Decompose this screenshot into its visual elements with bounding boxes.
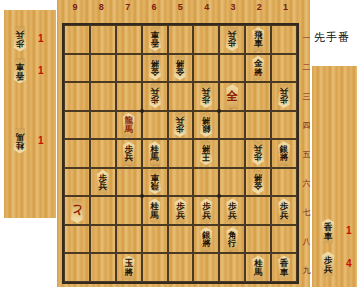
sente-pawn[interactable]: 歩兵 bbox=[318, 252, 338, 277]
sente-silver[interactable]: 銀將 bbox=[275, 141, 294, 165]
piece-kanji: 金 bbox=[150, 68, 159, 77]
square-4-6[interactable] bbox=[193, 168, 219, 197]
sente-gold[interactable]: 金將 bbox=[249, 56, 268, 80]
sente-knight[interactable]: 桂馬 bbox=[249, 256, 268, 280]
gote-gold[interactable]: 金將 bbox=[145, 56, 164, 80]
square-1-5[interactable]: 銀將 bbox=[271, 139, 297, 168]
piece-kanji: 歩 bbox=[228, 39, 237, 48]
sente-lance[interactable]: 香車 bbox=[275, 256, 294, 280]
piece-kanji: と bbox=[71, 205, 83, 217]
gote-pawn[interactable]: 歩兵 bbox=[145, 84, 164, 108]
piece-kanji: 馬 bbox=[16, 133, 25, 142]
rank-label-8: 八 bbox=[302, 236, 311, 247]
piece-kanji: 兵 bbox=[124, 153, 133, 162]
square-1-4[interactable] bbox=[271, 111, 297, 140]
square-2-7[interactable] bbox=[245, 196, 271, 225]
square-5-6[interactable] bbox=[168, 168, 194, 197]
square-2-2[interactable]: 金將 bbox=[245, 54, 271, 83]
gote-hand-lance-count: 1 bbox=[38, 65, 44, 76]
piece-kanji: 馬 bbox=[124, 125, 133, 134]
gote-hand-pawn[interactable]: 歩兵 bbox=[10, 26, 32, 53]
square-7-9[interactable]: 玉將 bbox=[116, 253, 142, 282]
piece-kanji: 桂 bbox=[16, 141, 25, 150]
square-5-8[interactable] bbox=[168, 225, 194, 254]
piece-kanji: 兵 bbox=[254, 145, 263, 154]
sente-pawn[interactable]: 歩兵 bbox=[93, 170, 112, 194]
square-9-5[interactable] bbox=[64, 139, 90, 168]
piece-kanji: 全 bbox=[226, 90, 238, 102]
file-label-3: 3 bbox=[220, 2, 246, 12]
gote-lance[interactable]: 香車 bbox=[145, 27, 164, 51]
square-3-8[interactable]: 角行 bbox=[219, 225, 245, 254]
sente-king[interactable]: 玉將 bbox=[119, 256, 138, 280]
gote-silver[interactable]: 銀將 bbox=[197, 113, 216, 137]
square-2-9[interactable]: 桂馬 bbox=[245, 253, 271, 282]
gote-knight[interactable]: 桂馬 bbox=[10, 129, 30, 154]
square-5-4[interactable]: 歩兵 bbox=[168, 111, 194, 140]
square-2-8[interactable] bbox=[245, 225, 271, 254]
square-7-3[interactable] bbox=[116, 82, 142, 111]
square-9-7[interactable]: と bbox=[64, 196, 90, 225]
piece-kanji: 歩 bbox=[16, 39, 25, 48]
sente-pawn[interactable]: 歩兵 bbox=[223, 199, 242, 223]
hoshi-dot bbox=[140, 194, 144, 198]
square-6-7[interactable]: 桂馬 bbox=[142, 196, 168, 225]
square-6-9[interactable] bbox=[142, 253, 168, 282]
hoshi-dot bbox=[140, 109, 144, 113]
gote-pawn[interactable]: 歩兵 bbox=[197, 84, 216, 108]
square-1-6[interactable] bbox=[271, 168, 297, 197]
square-1-7[interactable]: 歩兵 bbox=[271, 196, 297, 225]
piece-kanji: 歩 bbox=[202, 96, 211, 105]
square-7-4[interactable]: 龍馬 bbox=[116, 111, 142, 140]
piece-kanji: 馬 bbox=[150, 211, 159, 220]
piece-kanji: 香 bbox=[150, 39, 159, 48]
gote-pawn[interactable]: 歩兵 bbox=[223, 27, 242, 51]
square-2-6[interactable]: 金將 bbox=[245, 168, 271, 197]
square-3-6[interactable] bbox=[219, 168, 245, 197]
square-8-2[interactable] bbox=[90, 54, 116, 83]
piece-kanji: 馬 bbox=[150, 153, 159, 162]
piece-kanji: 兵 bbox=[150, 88, 159, 97]
square-6-1[interactable]: 香車 bbox=[142, 25, 168, 54]
piece-kanji: 王 bbox=[202, 153, 211, 162]
square-1-3[interactable]: 歩兵 bbox=[271, 82, 297, 111]
square-5-3[interactable] bbox=[168, 82, 194, 111]
square-3-7[interactable]: 歩兵 bbox=[219, 196, 245, 225]
square-9-3[interactable] bbox=[64, 82, 90, 111]
gote-pawn[interactable]: 歩兵 bbox=[275, 84, 294, 108]
square-7-6[interactable] bbox=[116, 168, 142, 197]
square-6-6[interactable]: 飛車 bbox=[142, 168, 168, 197]
hoshi-dot bbox=[217, 109, 221, 113]
piece-kanji: 行 bbox=[228, 239, 237, 248]
square-1-8[interactable] bbox=[271, 225, 297, 254]
rank-label-4: 四 bbox=[302, 120, 311, 131]
sente-horse[interactable]: 龍馬 bbox=[119, 113, 138, 137]
piece-kanji: 兵 bbox=[99, 182, 108, 191]
gote-captured-tray: 歩兵1香車1桂馬1 bbox=[4, 10, 56, 218]
piece-kanji: 將 bbox=[202, 116, 211, 125]
square-8-6[interactable]: 歩兵 bbox=[90, 168, 116, 197]
piece-kanji: 將 bbox=[150, 59, 159, 68]
piece-kanji: 車 bbox=[324, 231, 333, 240]
piece-kanji: 兵 bbox=[324, 264, 333, 273]
square-6-2[interactable]: 金將 bbox=[142, 54, 168, 83]
sente-rook[interactable]: 飛車 bbox=[249, 27, 268, 51]
piece-kanji: 飛 bbox=[150, 182, 159, 191]
sente-silver[interactable]: 銀將 bbox=[197, 227, 216, 251]
piece-kanji: 兵 bbox=[280, 88, 289, 97]
square-8-1[interactable] bbox=[90, 25, 116, 54]
square-9-2[interactable] bbox=[64, 54, 90, 83]
square-8-8[interactable] bbox=[90, 225, 116, 254]
square-4-5[interactable]: 王將 bbox=[193, 139, 219, 168]
sente-hand-lance-count: 1 bbox=[346, 225, 352, 236]
sente-hand-pawn[interactable]: 歩兵 bbox=[318, 251, 340, 278]
square-2-3[interactable] bbox=[245, 82, 271, 111]
square-8-3[interactable] bbox=[90, 82, 116, 111]
square-5-9[interactable] bbox=[168, 253, 194, 282]
piece-kanji: 車 bbox=[150, 174, 159, 183]
square-5-1[interactable] bbox=[168, 25, 194, 54]
file-label-4: 4 bbox=[194, 2, 220, 12]
piece-kanji: 金 bbox=[254, 182, 263, 191]
rank-label-1: 一 bbox=[302, 33, 311, 44]
piece-kanji: 兵 bbox=[202, 211, 211, 220]
square-3-3[interactable]: 全 bbox=[219, 82, 245, 111]
square-5-7[interactable]: 歩兵 bbox=[168, 196, 194, 225]
sente-knight[interactable]: 桂馬 bbox=[145, 141, 164, 165]
piece-kanji: 將 bbox=[280, 153, 289, 162]
piece-kanji: 將 bbox=[124, 268, 133, 277]
file-label-8: 8 bbox=[88, 2, 114, 12]
file-label-5: 5 bbox=[167, 2, 193, 12]
rank-label-9: 九 bbox=[302, 265, 311, 276]
gote-hand-knight-count: 1 bbox=[38, 135, 44, 146]
square-4-1[interactable] bbox=[193, 25, 219, 54]
square-4-2[interactable] bbox=[193, 54, 219, 83]
piece-kanji: 將 bbox=[202, 239, 211, 248]
piece-kanji: 歩 bbox=[150, 96, 159, 105]
square-2-4[interactable] bbox=[245, 111, 271, 140]
gote-gold[interactable]: 金將 bbox=[249, 170, 268, 194]
shogi-board-panel: 987654321 香車歩兵飛車金將金將金將歩兵歩兵全歩兵龍馬歩兵銀將歩兵桂馬王… bbox=[57, 0, 310, 287]
square-8-5[interactable] bbox=[90, 139, 116, 168]
square-4-4[interactable]: 銀將 bbox=[193, 111, 219, 140]
piece-kanji: 將 bbox=[176, 59, 185, 68]
piece-kanji: 兵 bbox=[16, 31, 25, 40]
square-3-4[interactable] bbox=[219, 111, 245, 140]
piece-kanji: 兵 bbox=[280, 211, 289, 220]
gote-rook[interactable]: 飛車 bbox=[145, 170, 164, 194]
square-7-7[interactable] bbox=[116, 196, 142, 225]
square-3-9[interactable] bbox=[219, 253, 245, 282]
piece-kanji: 兵 bbox=[202, 88, 211, 97]
gote-gold[interactable]: 金將 bbox=[171, 56, 190, 80]
shogi-board: 香車歩兵飛車金將金將金將歩兵歩兵全歩兵龍馬歩兵銀將歩兵桂馬王將歩兵銀將歩兵飛車金… bbox=[62, 23, 299, 284]
square-2-1[interactable]: 飛車 bbox=[245, 25, 271, 54]
file-label-1: 1 bbox=[273, 2, 299, 12]
hoshi-dot bbox=[217, 194, 221, 198]
sente-pawn[interactable]: 歩兵 bbox=[171, 199, 190, 223]
piece-kanji: 兵 bbox=[176, 116, 185, 125]
piece-kanji: 車 bbox=[16, 63, 25, 72]
sente-pawn[interactable]: 歩兵 bbox=[197, 199, 216, 223]
square-3-2[interactable] bbox=[219, 54, 245, 83]
square-9-8[interactable] bbox=[64, 225, 90, 254]
square-8-4[interactable] bbox=[90, 111, 116, 140]
gote-hand-pawn-count: 1 bbox=[38, 33, 44, 44]
piece-kanji: 銀 bbox=[202, 125, 211, 134]
square-8-9[interactable] bbox=[90, 253, 116, 282]
square-9-6[interactable] bbox=[64, 168, 90, 197]
piece-kanji: 將 bbox=[254, 68, 263, 77]
gote-pawn[interactable]: 歩兵 bbox=[10, 27, 30, 52]
file-label-2: 2 bbox=[246, 2, 272, 12]
gote-lance[interactable]: 香車 bbox=[10, 59, 30, 84]
piece-kanji: 歩 bbox=[176, 125, 185, 134]
file-label-6: 6 bbox=[141, 2, 167, 12]
square-3-1[interactable]: 歩兵 bbox=[219, 25, 245, 54]
sente-lance[interactable]: 香車 bbox=[318, 219, 338, 244]
square-2-5[interactable]: 歩兵 bbox=[245, 139, 271, 168]
piece-kanji: 車 bbox=[254, 39, 263, 48]
square-7-8[interactable] bbox=[116, 225, 142, 254]
sente-hand-lance[interactable]: 香車 bbox=[318, 218, 340, 245]
sente-knight[interactable]: 桂馬 bbox=[145, 199, 164, 223]
gote-tokin[interactable]: と bbox=[67, 199, 86, 223]
piece-kanji: 車 bbox=[280, 268, 289, 277]
square-6-4[interactable] bbox=[142, 111, 168, 140]
rank-label-3: 三 bbox=[302, 91, 311, 102]
square-4-7[interactable]: 歩兵 bbox=[193, 196, 219, 225]
piece-kanji: 歩 bbox=[254, 153, 263, 162]
turn-indicator: 先手番 bbox=[314, 30, 360, 45]
sente-promoted-silver[interactable]: 全 bbox=[223, 84, 242, 108]
piece-kanji: 兵 bbox=[228, 211, 237, 220]
piece-kanji: 金 bbox=[176, 68, 185, 77]
square-6-8[interactable] bbox=[142, 225, 168, 254]
piece-kanji: 兵 bbox=[228, 31, 237, 40]
gote-king[interactable]: 王將 bbox=[197, 141, 216, 165]
sente-pawn[interactable]: 歩兵 bbox=[275, 199, 294, 223]
file-label-9: 9 bbox=[62, 2, 88, 12]
sente-hand-pawn-count: 4 bbox=[346, 258, 352, 269]
gote-hand-knight[interactable]: 桂馬 bbox=[10, 128, 32, 155]
gote-pawn[interactable]: 歩兵 bbox=[249, 141, 268, 165]
rank-label-5: 五 bbox=[302, 149, 311, 160]
square-4-8[interactable]: 銀將 bbox=[193, 225, 219, 254]
piece-kanji: 兵 bbox=[176, 211, 185, 220]
piece-kanji: 將 bbox=[202, 145, 211, 154]
square-9-1[interactable] bbox=[64, 25, 90, 54]
square-4-3[interactable]: 歩兵 bbox=[193, 82, 219, 111]
square-5-5[interactable] bbox=[168, 139, 194, 168]
piece-kanji: 車 bbox=[150, 31, 159, 40]
rank-label-7: 七 bbox=[302, 207, 311, 218]
square-1-2[interactable] bbox=[271, 54, 297, 83]
square-7-2[interactable] bbox=[116, 54, 142, 83]
square-9-9[interactable] bbox=[64, 253, 90, 282]
square-3-5[interactable] bbox=[219, 139, 245, 168]
piece-kanji: 馬 bbox=[254, 268, 263, 277]
shogi-app: 歩兵1香車1桂馬1 987654321 香車歩兵飛車金將金將金將歩兵歩兵全歩兵龍… bbox=[0, 0, 360, 287]
sente-bishop[interactable]: 角行 bbox=[223, 227, 242, 251]
sente-pawn[interactable]: 歩兵 bbox=[119, 141, 138, 165]
piece-kanji: 歩 bbox=[280, 96, 289, 105]
square-4-9[interactable] bbox=[193, 253, 219, 282]
square-7-5[interactable]: 歩兵 bbox=[116, 139, 142, 168]
square-8-7[interactable] bbox=[90, 196, 116, 225]
gote-pawn[interactable]: 歩兵 bbox=[171, 113, 190, 137]
square-5-2[interactable]: 金將 bbox=[168, 54, 194, 83]
sente-captured-tray: 香車1歩兵4 bbox=[312, 66, 357, 287]
file-label-7: 7 bbox=[115, 2, 141, 12]
piece-kanji: 香 bbox=[16, 71, 25, 80]
rank-label-6: 六 bbox=[302, 178, 311, 189]
gote-hand-lance[interactable]: 香車 bbox=[10, 58, 32, 85]
square-7-1[interactable] bbox=[116, 25, 142, 54]
piece-kanji: 將 bbox=[254, 174, 263, 183]
square-9-4[interactable] bbox=[64, 111, 90, 140]
rank-label-2: 二 bbox=[302, 62, 311, 73]
square-1-1[interactable] bbox=[271, 25, 297, 54]
square-1-9[interactable]: 香車 bbox=[271, 253, 297, 282]
square-6-5[interactable]: 桂馬 bbox=[142, 139, 168, 168]
square-6-3[interactable]: 歩兵 bbox=[142, 82, 168, 111]
